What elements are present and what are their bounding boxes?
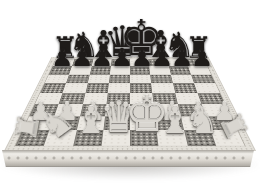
square-h3 — [201, 104, 230, 116]
square-e4 — [130, 93, 154, 104]
square-h6 — [191, 74, 215, 83]
square-h1 — [210, 130, 244, 146]
square-b7 — [69, 66, 91, 74]
square-f4 — [152, 93, 177, 104]
square-b3 — [55, 104, 83, 116]
square-b1 — [44, 130, 76, 146]
chessboard — [4, 57, 256, 151]
square-d4 — [106, 93, 130, 104]
square-f2 — [155, 116, 183, 130]
square-c5 — [85, 83, 109, 93]
square-h4 — [197, 93, 225, 104]
square-d2 — [103, 116, 130, 130]
square-c7 — [89, 66, 110, 74]
square-b6 — [66, 74, 89, 83]
square-e8 — [130, 59, 149, 66]
chess-set-photo: ♜♞♝♛♚♝♞♜♟♟♟♟♟♟♟♟♟♟♟♟♟♟♟♟♜♞♝♛♚♝♞♜ — [0, 0, 260, 185]
square-c3 — [80, 104, 107, 116]
square-c6 — [87, 74, 109, 83]
square-f8 — [148, 59, 168, 66]
square-f1 — [157, 130, 187, 146]
square-h5 — [194, 83, 220, 93]
square-h8 — [185, 59, 207, 66]
square-d7 — [110, 66, 130, 74]
square-f7 — [149, 66, 170, 74]
square-c8 — [91, 59, 111, 66]
square-f5 — [151, 83, 175, 93]
board-squares — [14, 59, 246, 146]
square-h2 — [205, 116, 237, 130]
square-e5 — [130, 83, 152, 93]
square-f6 — [150, 74, 172, 83]
square-b4 — [59, 93, 85, 104]
board-front-edge — [2, 150, 254, 167]
square-c4 — [83, 93, 108, 104]
square-e2 — [130, 116, 157, 130]
square-e3 — [130, 104, 155, 116]
square-h7 — [188, 66, 211, 74]
square-d8 — [111, 59, 130, 66]
square-e7 — [130, 66, 150, 74]
piece-black-king-e8: ♚ — [119, 14, 163, 63]
square-b5 — [63, 83, 88, 93]
square-d3 — [105, 104, 130, 116]
square-d5 — [108, 83, 130, 93]
square-e1 — [130, 130, 159, 146]
square-c1 — [73, 130, 103, 146]
square-d1 — [101, 130, 130, 146]
square-f3 — [154, 104, 181, 116]
square-b2 — [50, 116, 80, 130]
square-b8 — [72, 59, 93, 66]
square-c2 — [76, 116, 104, 130]
square-d6 — [109, 74, 130, 83]
square-e6 — [130, 74, 151, 83]
